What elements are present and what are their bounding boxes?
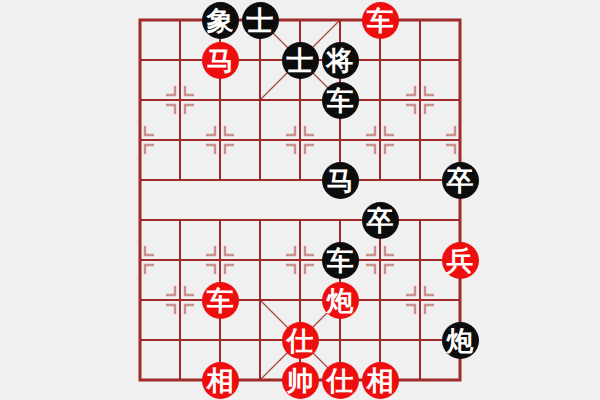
piece-red-horse[interactable]: 马 (202, 42, 239, 79)
piece-red-chariot[interactable]: 车 (202, 282, 239, 319)
xiangqi-board[interactable]: 象士车马士将车马卒卒车兵车炮仕炮相帅仕相 (0, 0, 600, 400)
piece-red-chariot[interactable]: 车 (362, 2, 399, 39)
piece-black-chariot[interactable]: 车 (322, 82, 359, 119)
piece-black-cannon[interactable]: 炮 (442, 322, 479, 359)
piece-black-soldier[interactable]: 卒 (442, 162, 479, 199)
piece-red-advisor[interactable]: 仕 (282, 322, 319, 359)
piece-black-advisor[interactable]: 士 (242, 2, 279, 39)
piece-black-soldier[interactable]: 卒 (362, 202, 399, 239)
piece-black-elephant[interactable]: 象 (202, 2, 239, 39)
piece-red-king[interactable]: 帅 (282, 362, 319, 399)
piece-red-elephant[interactable]: 相 (362, 362, 399, 399)
piece-red-soldier[interactable]: 兵 (442, 242, 479, 279)
piece-black-advisor[interactable]: 士 (282, 42, 319, 79)
board-pieces-layer: 象士车马士将车马卒卒车兵车炮仕炮相帅仕相 (120, 0, 480, 400)
piece-red-cannon[interactable]: 炮 (322, 282, 359, 319)
piece-black-horse[interactable]: 马 (322, 162, 359, 199)
piece-black-king[interactable]: 将 (322, 42, 359, 79)
piece-red-advisor[interactable]: 仕 (322, 362, 359, 399)
piece-red-elephant[interactable]: 相 (202, 362, 239, 399)
piece-black-chariot[interactable]: 车 (322, 242, 359, 279)
